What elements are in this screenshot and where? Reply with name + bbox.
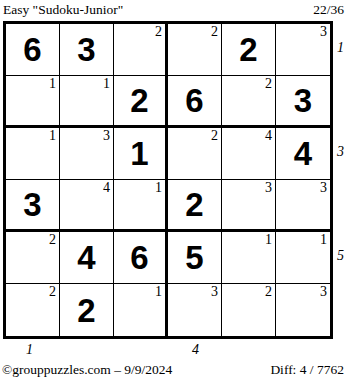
cell-r1c4[interactable]: 2	[168, 24, 222, 76]
cell-r1c6[interactable]: 3	[276, 24, 330, 76]
cell-r6c6[interactable]: 3	[276, 284, 330, 336]
cell-value	[222, 232, 275, 283]
cell-value	[168, 284, 221, 336]
difficulty-id: Diff: 4 / 7762	[270, 362, 344, 378]
cell-value	[6, 128, 59, 179]
cell-value	[114, 284, 165, 336]
cell-r2c1[interactable]: 1	[6, 76, 60, 128]
cell-r3c2[interactable]: 3	[60, 128, 114, 180]
cell-value: 1	[114, 128, 165, 179]
cell-r5c5[interactable]: 1	[222, 232, 276, 284]
cell-r1c3[interactable]: 2	[114, 24, 168, 76]
cell-value	[222, 76, 275, 125]
cell-value	[276, 232, 330, 283]
cell-r3c5[interactable]: 4	[222, 128, 276, 180]
cell-r6c3[interactable]: 1	[114, 284, 168, 336]
cell-value: 3	[276, 76, 330, 125]
cell-value	[6, 232, 59, 283]
row-label-3: 3	[337, 145, 344, 159]
cell-value: 2	[222, 24, 275, 75]
cell-value: 2	[114, 76, 165, 125]
cell-r5c4: 5	[168, 232, 222, 284]
cell-r4c2[interactable]: 4	[60, 180, 114, 232]
cell-value: 6	[168, 76, 221, 125]
cell-value: 4	[60, 232, 113, 283]
cell-r2c6: 3	[276, 76, 330, 128]
progress-counter: 22/36	[313, 2, 344, 18]
cell-r5c2: 4	[60, 232, 114, 284]
cell-r4c6[interactable]: 3	[276, 180, 330, 232]
cell-value	[276, 284, 330, 336]
column-label-4: 4	[192, 343, 199, 357]
cell-r6c2: 2	[60, 284, 114, 336]
cell-r1c2: 3	[60, 24, 114, 76]
cell-r6c5[interactable]: 2	[222, 284, 276, 336]
cell-value	[60, 76, 113, 125]
cell-value	[6, 284, 59, 336]
page-title: Easy "Sudoku-Junior"	[3, 2, 123, 18]
cell-r4c3[interactable]: 1	[114, 180, 168, 232]
cell-value	[222, 284, 275, 336]
cell-r4c5[interactable]: 3	[222, 180, 276, 232]
cell-r1c1: 6	[6, 24, 60, 76]
cell-value	[276, 24, 330, 75]
row-label-5: 5	[337, 249, 344, 263]
cell-value: 5	[168, 232, 221, 283]
column-label-1: 1	[26, 343, 33, 357]
copyright-date: ©grouppuzzles.com – 9/9/2024	[2, 362, 172, 378]
cell-r3c4[interactable]: 2	[168, 128, 222, 180]
cell-value	[6, 76, 59, 125]
cell-r2c3: 2	[114, 76, 168, 128]
cell-r5c3: 6	[114, 232, 168, 284]
cell-r2c5[interactable]: 2	[222, 76, 276, 128]
cell-value: 6	[114, 232, 165, 283]
cell-r5c6[interactable]: 1	[276, 232, 330, 284]
cell-value	[60, 180, 113, 229]
cell-r1c5: 2	[222, 24, 276, 76]
cell-r2c2[interactable]: 1	[60, 76, 114, 128]
cell-value	[114, 24, 165, 75]
cell-r2c4: 6	[168, 76, 222, 128]
cell-r3c1[interactable]: 1	[6, 128, 60, 180]
cell-r3c3: 1	[114, 128, 168, 180]
cell-value	[60, 128, 113, 179]
cell-r4c1: 3	[6, 180, 60, 232]
cell-value: 2	[168, 180, 221, 229]
sudoku-grid: 632223112623131244341233246511221323	[3, 21, 333, 339]
cell-value: 2	[60, 284, 113, 336]
cell-value	[222, 128, 275, 179]
cell-value: 3	[60, 24, 113, 75]
cell-value	[168, 128, 221, 179]
cell-value	[222, 180, 275, 229]
cell-r6c4[interactable]: 3	[168, 284, 222, 336]
cell-r4c4: 2	[168, 180, 222, 232]
cell-value	[168, 24, 221, 75]
cell-value	[114, 180, 165, 229]
cell-value: 3	[6, 180, 59, 229]
cell-value: 6	[6, 24, 59, 75]
cell-r3c6: 4	[276, 128, 330, 180]
cell-value	[276, 180, 330, 229]
cell-value: 4	[276, 128, 330, 179]
row-label-1: 1	[337, 41, 344, 55]
cell-r5c1[interactable]: 2	[6, 232, 60, 284]
cell-r6c1[interactable]: 2	[6, 284, 60, 336]
